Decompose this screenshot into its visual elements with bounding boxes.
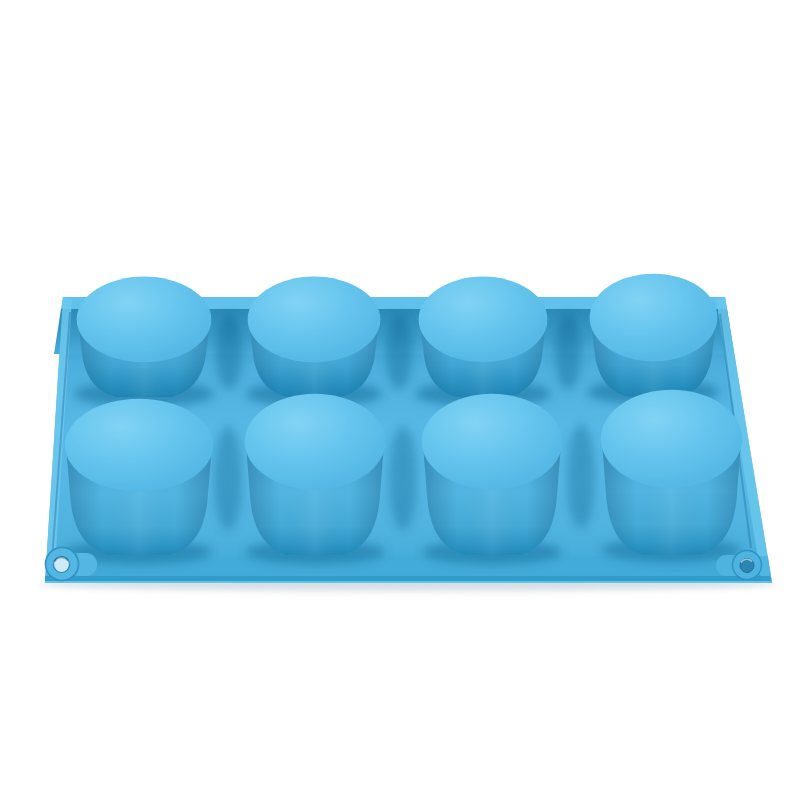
mold-cavity-front-4 [601, 390, 743, 555]
mold-cavity-back-1 [77, 277, 212, 397]
tray-bottom-sliver [45, 581, 772, 583]
mold-cavity-back-3 [419, 277, 548, 397]
mold-cavity-front-2 [245, 394, 386, 555]
silicone-mold-illustration [0, 0, 800, 800]
mold-cavity-front-3 [422, 394, 563, 555]
tray-bottom-edge-line [45, 576, 771, 581]
mold-cavity-back-4 [590, 274, 718, 397]
mold-cavity-back-2 [248, 277, 381, 397]
mold-cavity-front-1 [65, 399, 213, 555]
product-photo [0, 0, 800, 800]
